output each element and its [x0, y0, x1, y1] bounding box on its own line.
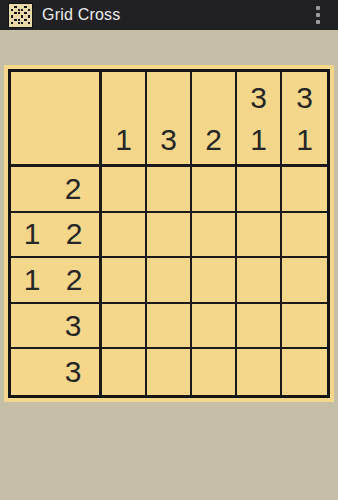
clue-number: 3 — [147, 119, 190, 161]
grid-cell[interactable] — [102, 213, 147, 259]
row-clue-cell: 3 — [11, 349, 102, 395]
grid-cell[interactable] — [282, 167, 327, 213]
overflow-dot-icon — [316, 20, 320, 24]
icon-dark-square — [18, 19, 20, 21]
grid-cell[interactable] — [147, 213, 192, 259]
grid-cell[interactable] — [192, 304, 237, 350]
nonogram-board: 13231312121233 — [4, 65, 334, 402]
grid-cell[interactable] — [282, 349, 327, 395]
grid-cell[interactable] — [237, 304, 282, 350]
icon-dark-square — [28, 9, 30, 11]
clue-corner-cell — [11, 72, 102, 167]
icon-light-square — [18, 15, 20, 17]
row-clue-cell: 12 — [11, 258, 102, 304]
clue-number: 1 — [102, 119, 145, 161]
icon-dark-square — [11, 22, 13, 24]
icon-dark-square — [21, 15, 23, 17]
icon-dark-square — [18, 9, 20, 11]
icon-light-square — [21, 19, 23, 21]
icon-light-square — [18, 6, 20, 8]
grid-cell[interactable] — [102, 349, 147, 395]
icon-light-square — [21, 12, 23, 14]
grid-cell[interactable] — [147, 304, 192, 350]
column-clue-cell: 2 — [192, 72, 237, 167]
grid-cell[interactable] — [192, 258, 237, 304]
icon-light-square — [28, 19, 30, 21]
overflow-dot-icon — [316, 6, 320, 10]
grid-cell[interactable] — [102, 258, 147, 304]
grid-cell[interactable] — [282, 304, 327, 350]
icon-light-square — [11, 12, 13, 14]
icon-dark-square — [28, 15, 30, 17]
grid-cell[interactable] — [237, 213, 282, 259]
icon-dark-square — [24, 19, 26, 21]
clue-number: 2 — [192, 119, 235, 161]
icon-light-square — [24, 9, 26, 11]
icon-dark-square — [18, 22, 20, 24]
row-clue-cell: 3 — [11, 304, 102, 350]
grid-cell[interactable] — [102, 167, 147, 213]
icon-dark-square — [21, 22, 23, 24]
clue-number: 1 — [282, 119, 327, 161]
icon-light-square — [28, 12, 30, 14]
grid-cell[interactable] — [282, 258, 327, 304]
icon-dark-square — [21, 9, 23, 11]
column-clue-cell: 1 — [102, 72, 147, 167]
grid-cell[interactable] — [192, 167, 237, 213]
icon-light-square — [11, 6, 13, 8]
clue-number: 2 — [53, 217, 95, 251]
title-bar: Grid Cross — [0, 0, 338, 30]
clue-number: 1 — [11, 217, 53, 251]
app-icon-checker-pattern — [11, 6, 30, 25]
column-clue-cell: 31 — [282, 72, 327, 167]
grid-cell[interactable] — [237, 258, 282, 304]
grid-cell[interactable] — [102, 304, 147, 350]
app-icon — [8, 3, 33, 28]
icon-light-square — [28, 6, 30, 8]
grid-cell[interactable] — [237, 167, 282, 213]
icon-dark-square — [14, 19, 16, 21]
column-clue-cell: 3 — [147, 72, 192, 167]
icon-light-square — [21, 6, 23, 8]
grid-cell[interactable] — [192, 349, 237, 395]
clue-number: 3 — [282, 77, 327, 119]
overflow-menu-button[interactable] — [306, 0, 330, 30]
app-screen: Grid Cross 13231312121233 — [0, 0, 338, 500]
board-frame: 13231312121233 — [8, 69, 330, 398]
icon-light-square — [14, 22, 16, 24]
clue-number: 3 — [51, 309, 95, 343]
icon-light-square — [24, 22, 26, 24]
grid-cell[interactable] — [147, 349, 192, 395]
clue-number: 2 — [51, 172, 95, 206]
icon-dark-square — [11, 15, 13, 17]
clue-number: 3 — [51, 355, 95, 389]
icon-dark-square — [24, 6, 26, 8]
icon-dark-square — [14, 12, 16, 14]
icon-dark-square — [18, 12, 20, 14]
icon-dark-square — [11, 9, 13, 11]
app-title: Grid Cross — [42, 6, 120, 24]
row-clue-cell: 2 — [11, 167, 102, 213]
icon-dark-square — [28, 22, 30, 24]
grid-cell[interactable] — [237, 349, 282, 395]
grid-cell[interactable] — [282, 213, 327, 259]
nonogram-grid: 13231312121233 — [11, 72, 327, 395]
icon-light-square — [24, 15, 26, 17]
overflow-dot-icon — [316, 13, 320, 17]
grid-cell[interactable] — [147, 258, 192, 304]
grid-cell[interactable] — [192, 213, 237, 259]
row-clue-cell: 12 — [11, 213, 102, 259]
icon-dark-square — [24, 12, 26, 14]
clue-number: 3 — [237, 77, 280, 119]
icon-light-square — [11, 19, 13, 21]
grid-cell[interactable] — [147, 167, 192, 213]
column-clue-cell: 31 — [237, 72, 282, 167]
clue-number: 2 — [53, 263, 95, 297]
clue-number: 1 — [237, 119, 280, 161]
icon-light-square — [14, 9, 16, 11]
clue-number: 1 — [11, 263, 53, 297]
icon-light-square — [14, 15, 16, 17]
icon-dark-square — [14, 6, 16, 8]
